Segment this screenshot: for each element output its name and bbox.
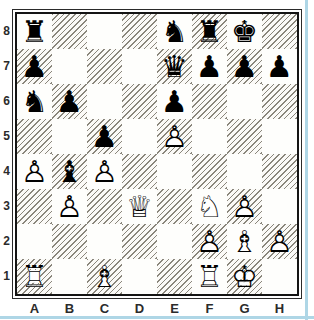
square-c3 (87, 189, 122, 224)
square-d4 (122, 154, 157, 189)
page-edge-right (305, 0, 308, 320)
square-b1 (52, 259, 87, 294)
square-e5: ♟♙ (157, 119, 192, 154)
square-b6: ♟ (52, 84, 87, 119)
square-e4 (157, 154, 192, 189)
square-g3: ♟♙ (227, 189, 262, 224)
square-d1 (122, 259, 157, 294)
file-label-e: E (157, 301, 192, 317)
square-e6: ♟ (157, 84, 192, 119)
square-g1: ♚♔ (227, 259, 262, 294)
file-label-f: F (192, 301, 227, 317)
square-h2: ♟♙ (262, 224, 297, 259)
square-h8 (262, 14, 297, 49)
square-f1: ♜♖ (192, 259, 227, 294)
square-g8: ♚ (227, 14, 262, 49)
square-d8 (122, 14, 157, 49)
square-d2 (122, 224, 157, 259)
square-h1 (262, 259, 297, 294)
white-queen-d3: ♕ (122, 189, 157, 224)
square-f2: ♟♙ (192, 224, 227, 259)
square-g7: ♟ (227, 49, 262, 84)
board-frame: ♜♞♜♚♟♛♟♟♟♞♟♟♟♟♙♟♙♝♟♙♟♙♛♕♞♘♟♙♟♙♝♗♟♙♜♖♝♗♜♖… (12, 9, 302, 299)
square-d5 (122, 119, 157, 154)
black-king-g8: ♚ (227, 14, 262, 49)
page-edge-bottom (0, 316, 314, 319)
square-b8 (52, 14, 87, 49)
white-pawn-b3: ♙ (52, 189, 87, 224)
square-h7: ♟ (262, 49, 297, 84)
square-e7: ♛ (157, 49, 192, 84)
square-h4 (262, 154, 297, 189)
square-f3: ♞♘ (192, 189, 227, 224)
black-pawn-b6: ♟ (52, 84, 87, 119)
square-a6: ♞ (17, 84, 52, 119)
black-knight-e8: ♞ (157, 14, 192, 49)
file-labels: ABCDEFGH (17, 301, 297, 317)
square-f6 (192, 84, 227, 119)
square-h5 (262, 119, 297, 154)
square-d3: ♛♕ (122, 189, 157, 224)
square-a7: ♟ (17, 49, 52, 84)
square-h6 (262, 84, 297, 119)
square-g4 (227, 154, 262, 189)
square-g5 (227, 119, 262, 154)
chess-board: ♜♞♜♚♟♛♟♟♟♞♟♟♟♟♙♟♙♝♟♙♟♙♛♕♞♘♟♙♟♙♝♗♟♙♜♖♝♗♜♖… (15, 12, 299, 296)
file-label-b: B (52, 301, 87, 317)
square-f8: ♜ (192, 14, 227, 49)
square-g2: ♝♗ (227, 224, 262, 259)
square-f5 (192, 119, 227, 154)
square-e2 (157, 224, 192, 259)
file-label-c: C (87, 301, 122, 317)
black-pawn-a7: ♟ (17, 49, 52, 84)
square-c7 (87, 49, 122, 84)
square-e8: ♞ (157, 14, 192, 49)
white-pawn-h2: ♙ (262, 224, 297, 259)
square-c5: ♟ (87, 119, 122, 154)
square-c1: ♝♗ (87, 259, 122, 294)
black-rook-f8: ♜ (192, 14, 227, 49)
square-h3 (262, 189, 297, 224)
square-g6 (227, 84, 262, 119)
square-b4: ♝ (52, 154, 87, 189)
white-pawn-f2: ♙ (192, 224, 227, 259)
square-a3 (17, 189, 52, 224)
square-b7 (52, 49, 87, 84)
black-pawn-c5: ♟ (87, 119, 122, 154)
file-label-a: A (17, 301, 52, 317)
white-rook-a1: ♖ (17, 259, 52, 294)
square-d6 (122, 84, 157, 119)
square-c4: ♟♙ (87, 154, 122, 189)
chess-diagram: 87654321 ♜♞♜♚♟♛♟♟♟♞♟♟♟♟♙♟♙♝♟♙♟♙♛♕♞♘♟♙♟♙♝… (0, 0, 314, 320)
white-pawn-c4: ♙ (87, 154, 122, 189)
file-label-g: G (227, 301, 262, 317)
white-knight-f3: ♘ (192, 189, 227, 224)
black-pawn-f7: ♟ (192, 49, 227, 84)
white-bishop-g2: ♗ (227, 224, 262, 259)
square-e3 (157, 189, 192, 224)
square-a2 (17, 224, 52, 259)
square-b2 (52, 224, 87, 259)
square-c6 (87, 84, 122, 119)
square-c8 (87, 14, 122, 49)
black-pawn-h7: ♟ (262, 49, 297, 84)
square-b3: ♟♙ (52, 189, 87, 224)
white-rook-f1: ♖ (192, 259, 227, 294)
black-pawn-e6: ♟ (157, 84, 192, 119)
black-bishop-b4: ♝ (52, 154, 87, 189)
file-label-h: H (262, 301, 297, 317)
square-f4 (192, 154, 227, 189)
white-bishop-c1: ♗ (87, 259, 122, 294)
white-king-g1: ♔ (227, 259, 262, 294)
black-knight-a6: ♞ (17, 84, 52, 119)
white-pawn-a4: ♙ (17, 154, 52, 189)
white-pawn-e5: ♙ (157, 119, 192, 154)
black-pawn-g7: ♟ (227, 49, 262, 84)
square-d7 (122, 49, 157, 84)
file-label-d: D (122, 301, 157, 317)
square-e1 (157, 259, 192, 294)
square-a8: ♜ (17, 14, 52, 49)
square-a5 (17, 119, 52, 154)
black-rook-a8: ♜ (17, 14, 52, 49)
square-f7: ♟ (192, 49, 227, 84)
square-b5 (52, 119, 87, 154)
square-a1: ♜♖ (17, 259, 52, 294)
white-pawn-g3: ♙ (227, 189, 262, 224)
square-a4: ♟♙ (17, 154, 52, 189)
black-queen-e7: ♛ (157, 49, 192, 84)
square-c2 (87, 224, 122, 259)
